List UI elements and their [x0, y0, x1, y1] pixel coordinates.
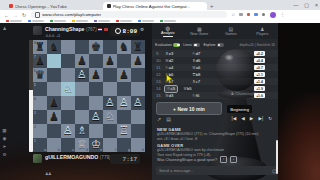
next-move-button[interactable]: ▶ [250, 116, 254, 121]
top-player-flair-icon [104, 28, 108, 31]
top-player-avatar[interactable] [33, 26, 42, 35]
chat-placeholder: Send a message... [159, 168, 194, 173]
bookmark-item[interactable] [94, 20, 110, 23]
last-move-button[interactable]: ▶| [258, 116, 263, 121]
black-move[interactable]: ♘f6 [192, 93, 219, 98]
square-d4[interactable] [75, 96, 89, 110]
bookmark-star-icon[interactable]: ☆ [231, 12, 235, 17]
square-e8[interactable]: ♚ [89, 40, 103, 54]
square-a8[interactable]: 8♜ [33, 40, 47, 54]
square-g2[interactable]: ♖ [117, 124, 131, 138]
square-c4[interactable] [61, 96, 75, 110]
browser-profile-avatar[interactable] [270, 12, 276, 18]
piece-black-pawn[interactable]: ♟ [33, 54, 47, 68]
toggle-label: Evaluation [155, 43, 172, 47]
piece-white-rook[interactable]: ♖ [117, 124, 131, 138]
move-number: 12. [156, 72, 165, 77]
toggle-switch[interactable] [193, 43, 200, 47]
square-b2[interactable] [47, 124, 61, 138]
panel-tab-analysis[interactable]: ◎Analysis [152, 24, 184, 39]
file-label: g [128, 148, 130, 152]
mouse-cursor [166, 70, 174, 88]
top-captured-row: ♙♙♙ +1 [45, 33, 60, 38]
bottom-captured-row: ♟♟ [45, 161, 51, 179]
new-10-min-button[interactable]: + New 10 min [156, 102, 222, 115]
tab2-favicon [107, 4, 111, 8]
toggle-label: Lines [183, 43, 192, 47]
move-number: 10. [156, 58, 165, 63]
previous-move-button[interactable]: ◀ [241, 116, 245, 121]
square-e1[interactable]: e♔ [89, 138, 103, 152]
square-f3[interactable]: ♘ [103, 110, 117, 124]
square-e6[interactable]: ♟ [89, 68, 103, 82]
file-label: c [72, 148, 74, 152]
close-button[interactable]: × [315, 2, 318, 8]
toggle-switch[interactable] [173, 43, 180, 47]
top-player-clock: 8:09 [110, 26, 140, 36]
game-panel: ◎Analysis▦New Game▤Games♟Players Evaluat… [152, 23, 278, 180]
white-move[interactable]: ♕d3 [165, 93, 192, 98]
square-f1[interactable]: f [103, 138, 117, 152]
browser-tab-1[interactable]: Chess Openings - YouTube [5, 2, 103, 10]
panel-tab-label: Analysis [161, 31, 174, 35]
piece-white-pawn[interactable]: ♙ [61, 124, 75, 138]
piece-black-queen[interactable]: ♛ [33, 68, 47, 82]
top-captured-pieces: ♙♙♙ [45, 33, 54, 38]
first-move-button[interactable]: |◀ [232, 116, 237, 121]
square-d7[interactable]: ♟ [75, 54, 89, 68]
file-label: a [44, 148, 46, 152]
square-b3[interactable]: ♟ [47, 110, 61, 124]
analysis-icon: ◎ [166, 26, 170, 31]
piece-black-pawn[interactable]: ♟ [89, 68, 103, 82]
file-label: f [115, 148, 116, 152]
top-player-row: ChanningShape (767) [45, 26, 108, 32]
panel-tab-new-game[interactable]: ▦New Game [184, 24, 216, 39]
address-bar: ← → ↻ www.chess.com/play/computer ☆ ⋮ [0, 10, 320, 19]
black-move[interactable]: ♗c7 [192, 79, 219, 84]
chat-input[interactable]: Send a message... ☺ [156, 166, 278, 175]
panel-tab-bar: ◎Analysis▦New Game▤Games♟Players [152, 24, 278, 39]
piece-white-king[interactable]: ♔ [89, 138, 103, 152]
square-d2[interactable]: ♗ [75, 124, 89, 138]
square-c6[interactable] [61, 68, 75, 82]
piece-black-pawn[interactable]: ♟ [131, 54, 145, 68]
good-sport-row: Was ChanningShape a good sport? ↑ ↓ [157, 156, 237, 163]
square-a7[interactable]: 7♟ [33, 54, 47, 68]
square-h2[interactable] [131, 124, 145, 138]
move-number: 9. [156, 51, 165, 56]
panel-tab-label: New Game [190, 32, 208, 36]
timer-icon [115, 28, 121, 34]
square-g7[interactable] [117, 54, 131, 68]
square-d1[interactable]: d♕ [75, 138, 89, 152]
piece-black-knight[interactable]: ♞ [47, 40, 61, 54]
page-background-photo [278, 23, 320, 180]
square-h7[interactable]: ♟ [131, 54, 145, 68]
piece-black-knight[interactable]: ♞ [117, 40, 131, 54]
square-f7[interactable]: ♟ [103, 54, 117, 68]
square-a4[interactable]: 4 [33, 96, 47, 110]
piece-black-pawn[interactable]: ♟ [75, 54, 89, 68]
extensions-puzzle-icon[interactable] [262, 13, 266, 17]
top-player-flag-icon [98, 28, 102, 31]
reload-icon[interactable]: ↻ [22, 12, 26, 18]
square-c5[interactable]: ♘ [61, 82, 75, 96]
square-c8[interactable] [61, 40, 75, 54]
tab1-favicon [9, 4, 13, 8]
file-label: h [142, 148, 144, 152]
square-b5[interactable] [47, 82, 61, 96]
square-f2[interactable] [103, 124, 117, 138]
square-a3[interactable]: 3 [33, 110, 47, 124]
flip-board-button[interactable]: ↻ [268, 116, 272, 121]
square-e5[interactable] [89, 82, 103, 96]
square-a2[interactable]: 2 [33, 124, 47, 138]
square-e7[interactable] [89, 54, 103, 68]
bookmark-item[interactable] [28, 20, 44, 23]
square-c3[interactable] [61, 110, 75, 124]
puzzles-icon[interactable]: ◉ [1, 136, 8, 141]
square-e4[interactable] [89, 96, 103, 110]
black-move[interactable]: ♕a6 [192, 65, 219, 70]
beginning-tooltip: Beginning [227, 105, 252, 113]
white-move[interactable]: ♗e3 [165, 51, 192, 56]
square-a6[interactable]: 6♛ [33, 68, 47, 82]
player-watermark: ♟ ChanningShape [231, 91, 264, 96]
square-h4[interactable]: ♙ [131, 96, 145, 110]
square-f8[interactable] [103, 40, 117, 54]
rank-label: 2 [34, 125, 36, 129]
square-h1[interactable]: h [131, 138, 145, 152]
new-game-line2: win +8 / draw +0 / lose -8 [157, 137, 273, 142]
square-d6[interactable]: ♙ [75, 68, 89, 82]
file-label: b [58, 148, 60, 152]
square-c7[interactable] [61, 54, 75, 68]
square-a5[interactable]: 5 [33, 82, 47, 96]
play-icon[interactable]: ▦ [1, 128, 8, 133]
square-b1[interactable]: b [47, 138, 61, 152]
square-b8[interactable]: ♞ [47, 40, 61, 54]
square-d3[interactable] [75, 110, 89, 124]
browser-tab-2-active[interactable]: Play Chess Online Against the Comput... [103, 2, 207, 10]
url-text: www.chess.com/play/computer [42, 12, 101, 17]
url-field[interactable]: www.chess.com/play/computer [31, 11, 227, 18]
players-icon: ♟ [260, 27, 264, 32]
window-controls: — ▢ × [293, 0, 318, 9]
square-c2[interactable]: ♙ [61, 124, 75, 138]
move-number: 15. [156, 93, 165, 98]
rank-label: 4 [34, 97, 36, 101]
learn-icon[interactable]: ➤ [1, 144, 8, 149]
kebab-menu-icon[interactable]: ⋮ [280, 12, 285, 17]
panel-tab-games[interactable]: ▤Games [215, 24, 247, 39]
browser-tab-strip: Chess Openings - YouTube Play Chess Onli… [0, 0, 320, 10]
piece-black-king[interactable]: ♚ [89, 40, 103, 54]
square-c1[interactable]: c [61, 138, 75, 152]
square-h6[interactable] [131, 68, 145, 82]
extension-icon[interactable] [254, 13, 258, 17]
panel-tab-label: Games [225, 32, 237, 36]
move-row: 9.♗e3♘d7+0.2 [152, 50, 278, 57]
square-g6[interactable]: ♟ [117, 68, 131, 82]
minimize-button[interactable]: — [293, 2, 298, 8]
chess-board[interactable]: 8♜♞♚♞♜7♟♟♟♟6♛♙♟♟5♘4♟♙♙♙3♟♙♘2♙♗♖1abcd♕e♔f… [33, 40, 145, 152]
piece-white-pawn[interactable]: ♙ [117, 96, 131, 110]
black-move[interactable]: ♘d7 [192, 51, 219, 56]
piece-white-bishop[interactable]: ♗ [75, 124, 89, 138]
lock-icon [35, 12, 40, 18]
piece-white-pawn[interactable]: ♙ [75, 68, 89, 82]
square-b7[interactable] [47, 54, 61, 68]
piece-black-rook[interactable]: ♜ [33, 40, 47, 54]
games-icon: ▤ [228, 27, 233, 32]
new-game-block: NEW GAME gUILLERMOAGUNDO (771) vs. Chann… [157, 127, 273, 142]
eval-badge: +0.7 [254, 65, 265, 70]
black-move[interactable]: ♗d6 [192, 58, 219, 63]
rank-label: 5 [34, 83, 36, 87]
thumbs-down-icon[interactable]: ↓ [230, 156, 237, 163]
extension-icon[interactable] [247, 13, 251, 17]
square-g5[interactable] [117, 82, 131, 96]
share-icon[interactable]: ↗ [157, 116, 161, 122]
good-sport-question: Was ChanningShape a good sport? [157, 158, 217, 162]
panel-tab-players[interactable]: ♟Players [247, 24, 279, 39]
square-e2[interactable] [89, 124, 103, 138]
analysis-board-icon[interactable]: ▤ [166, 116, 171, 122]
board-settings-gear-icon[interactable]: ⚙ [140, 27, 144, 32]
back-icon[interactable]: ← [4, 12, 9, 18]
toggle-lines[interactable]: Lines [183, 43, 200, 47]
black-move[interactable]: ♕b5 [183, 86, 210, 91]
bottom-player-clock: 7:17 [110, 154, 140, 164]
top-player-rating: (767) [86, 27, 97, 32]
eval-badge: +1.1 [254, 72, 265, 77]
toggle-evaluation[interactable]: Evaluation [155, 43, 180, 47]
piece-white-pawn[interactable]: ♙ [89, 110, 103, 124]
piece-black-pawn[interactable]: ♟ [117, 68, 131, 82]
eval-badge: +0.4 [254, 58, 265, 63]
square-h8[interactable]: ♜ [131, 40, 145, 54]
piece-black-pawn[interactable]: ♟ [47, 110, 61, 124]
bottom-player-avatar[interactable] [33, 154, 42, 163]
square-g8[interactable]: ♞ [117, 40, 131, 54]
forward-icon[interactable]: → [13, 12, 18, 18]
bookmark-item[interactable] [116, 20, 132, 23]
piece-black-rook[interactable]: ♜ [131, 40, 145, 54]
tab1-title: Chess Openings - YouTube [15, 4, 67, 9]
tab2-title: Play Chess Online Against the Comput... [113, 4, 191, 9]
move-number: 13. [156, 79, 165, 84]
square-g3[interactable] [117, 110, 131, 124]
piece-white-pawn[interactable]: ♙ [103, 96, 117, 110]
bookmark-item[interactable] [50, 20, 66, 23]
piece-white-pawn[interactable]: ♙ [131, 96, 145, 110]
extension-icon[interactable] [239, 13, 243, 17]
eval-badge: +1.4 [254, 79, 265, 84]
bookmark-item[interactable] [72, 20, 88, 23]
rank-label: 3 [34, 111, 36, 115]
top-material-score: +1 [56, 33, 60, 38]
white-move[interactable]: ♕d2 [165, 58, 192, 63]
evaluation-bar [29, 40, 33, 152]
piece-white-queen[interactable]: ♕ [75, 138, 89, 152]
square-h5[interactable] [131, 82, 145, 96]
move-row: 10.♕d2♗d6+0.4 [152, 57, 278, 64]
move-number: 14. [156, 86, 165, 91]
piece-white-knight[interactable]: ♘ [61, 82, 75, 96]
panel-tab-label: Players [256, 32, 268, 36]
bookmark-item[interactable] [138, 20, 154, 23]
piece-black-pawn[interactable]: ♟ [103, 54, 117, 68]
eval-badge: +0.2 [254, 51, 265, 56]
maximize-button[interactable]: ▢ [304, 2, 309, 8]
playback-controls: |◀◀▶▶|↻ [232, 116, 272, 121]
bookmark-item[interactable] [6, 20, 22, 23]
square-f6[interactable] [103, 68, 117, 82]
piece-white-knight[interactable]: ♘ [103, 110, 117, 124]
new-tab-button[interactable]: + [210, 2, 214, 10]
square-g1[interactable]: g [117, 138, 131, 152]
bottom-player-name[interactable]: gUILLERMOAGUNDO [45, 154, 98, 160]
square-d8[interactable] [75, 40, 89, 54]
bottom-captured-pieces: ♟♟ [45, 171, 51, 176]
bottom-player-rating: (779) [100, 155, 111, 160]
bookmark-item[interactable] [160, 20, 176, 23]
chesscom-logo-pawn-icon[interactable]: ♟ [1, 26, 8, 31]
square-d5[interactable] [75, 82, 89, 96]
piece-black-pawn[interactable]: ♟ [47, 96, 61, 110]
square-g4[interactable]: ♙ [117, 96, 131, 110]
square-f4[interactable]: ♙ [103, 96, 117, 110]
square-h3[interactable] [131, 110, 145, 124]
settings-icon[interactable]: ⚙ [1, 152, 8, 157]
square-b4[interactable]: ♟ [47, 96, 61, 110]
top-player-name[interactable]: ChanningShape [45, 26, 84, 32]
panel-scrollbar[interactable] [276, 140, 278, 174]
black-move[interactable]: ♖b8 [192, 72, 219, 77]
thumbs-up-icon[interactable]: ↑ [220, 156, 227, 163]
panel-action-icons: ↗▤ [157, 116, 171, 122]
rank-label: 1 [34, 139, 36, 143]
square-a1[interactable]: 1a [33, 138, 47, 152]
move-number: 11. [156, 65, 165, 70]
square-e3[interactable]: ♙ [89, 110, 103, 124]
square-f5[interactable] [103, 82, 117, 96]
new-game-icon: ▦ [197, 27, 202, 32]
square-b6[interactable] [47, 68, 61, 82]
